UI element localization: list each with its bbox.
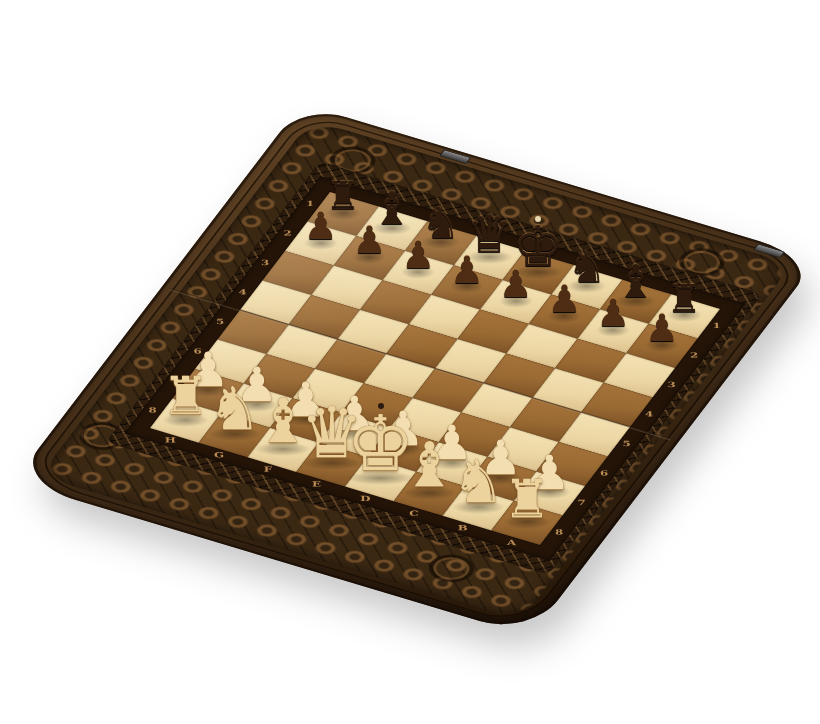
rank-label: 4	[233, 276, 253, 309]
king-finial	[535, 216, 541, 222]
file-label: C	[387, 507, 441, 520]
carved-roundel	[422, 550, 482, 587]
file-label: D	[338, 493, 392, 506]
black-pawn[interactable]: ♟	[302, 208, 340, 246]
rank-label: 3	[255, 247, 275, 280]
rank-label: 1	[708, 310, 725, 343]
king-finial	[378, 403, 384, 409]
file-label: G	[192, 449, 246, 462]
file-label: E	[290, 478, 344, 491]
black-pawn[interactable]: ♟	[399, 237, 437, 275]
file-label: F	[241, 464, 295, 477]
rank-label: 4	[640, 398, 657, 431]
rank-label: 2	[278, 217, 298, 250]
file-label: B	[436, 522, 490, 535]
black-pawn[interactable]: ♟	[497, 266, 535, 304]
board-scene: 12345678 12345678 HGFEDCBA ♜♝♞♛♚♞♝♜♟♟♟♟♟…	[0, 0, 820, 724]
rank-label: 7	[573, 487, 590, 520]
rank-label: 5	[210, 306, 230, 339]
rank-label: 2	[685, 339, 702, 372]
product-photo: 12345678 12345678 HGFEDCBA ♜♝♞♛♚♞♝♜♟♟♟♟♟…	[0, 0, 820, 724]
white-rook[interactable]: ♜	[500, 473, 553, 526]
file-label: A	[485, 537, 539, 550]
black-pawn[interactable]: ♟	[448, 252, 486, 290]
black-pawn[interactable]: ♟	[594, 295, 632, 333]
black-pawn[interactable]: ♟	[643, 310, 681, 348]
black-pawn[interactable]: ♟	[545, 281, 583, 319]
rank-label: 3	[663, 369, 680, 402]
rank-label: 5	[618, 428, 635, 461]
white-knight[interactable]: ♞	[449, 452, 508, 511]
black-pawn[interactable]: ♟	[350, 222, 388, 260]
file-label: H	[143, 434, 197, 447]
rank-label: 6	[595, 457, 612, 490]
board-case: 12345678 12345678 HGFEDCBA	[14, 104, 819, 637]
